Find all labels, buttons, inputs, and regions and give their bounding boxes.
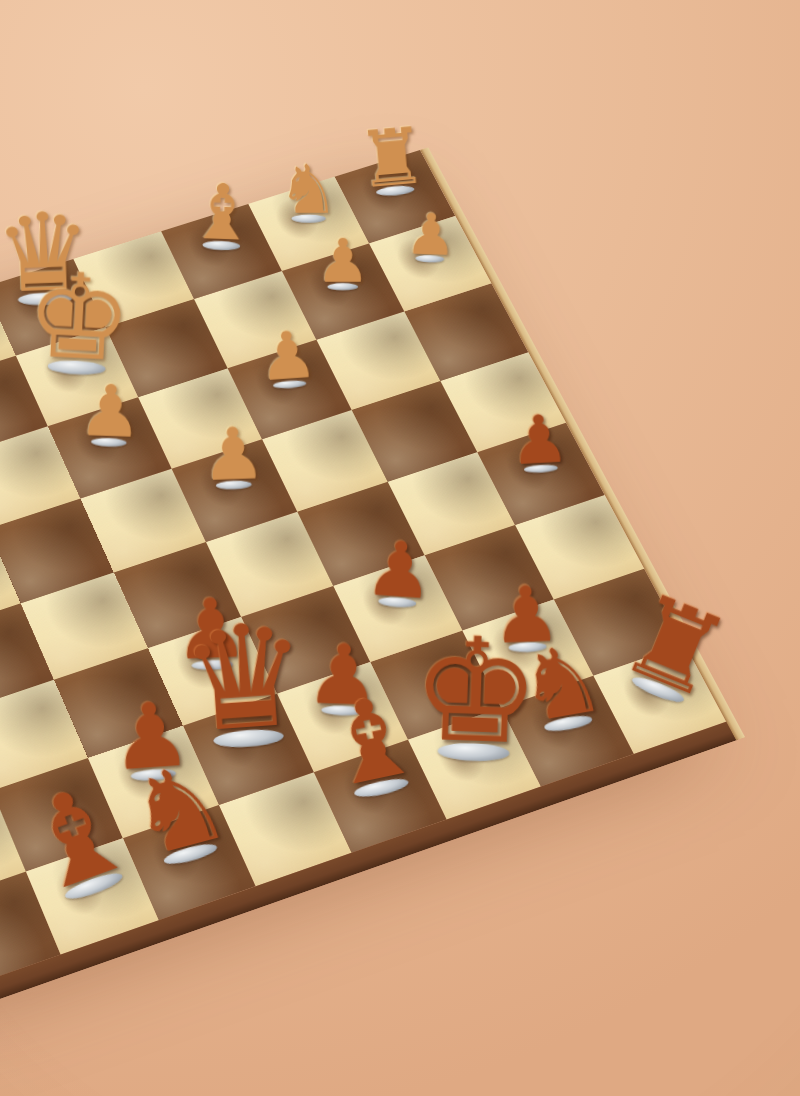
white-knight-glyph: ♞ (278, 156, 339, 224)
white-pawn-glyph: ♟ (200, 417, 267, 491)
black-king-glyph: ♚ (409, 618, 542, 766)
white-rook-glyph: ♜ (354, 116, 430, 199)
white-pawn-glyph: ♟ (0, 334, 18, 405)
black-pawn-glyph: ♟ (363, 530, 437, 611)
white-bishop-glyph: ♝ (187, 174, 258, 253)
white-pawn-glyph: ♟ (404, 205, 457, 264)
white-king-glyph: ♚ (24, 257, 135, 380)
chess-board: ♜♟♟♜♞♟♟♞♝♟♟♚♟♟♝♛♚♟♟♛♟♟♞♝ (0, 150, 726, 989)
photo-scene: ♜♟♟♜♞♟♟♞♝♟♟♚♟♟♝♛♚♟♟♛♟♟♞♝ (0, 0, 800, 1096)
white-pawn-glyph: ♟ (77, 375, 143, 449)
white-pawn-glyph: ♟ (256, 322, 319, 391)
black-pawn-glyph: ♟ (508, 406, 571, 475)
white-pawn-glyph: ♟ (316, 231, 370, 291)
black-queen-glyph: ♛ (176, 603, 313, 753)
